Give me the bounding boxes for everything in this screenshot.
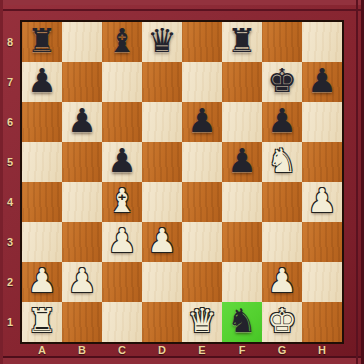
rank-label-2: 2 <box>0 262 20 302</box>
square-e7[interactable] <box>182 62 222 102</box>
square-f3[interactable] <box>222 222 262 262</box>
square-a4[interactable] <box>22 182 62 222</box>
piece-white-pawn[interactable]: ♟ <box>267 261 297 301</box>
square-e5[interactable] <box>182 142 222 182</box>
file-label-d: D <box>142 342 182 358</box>
square-g4[interactable] <box>262 182 302 222</box>
square-f7[interactable] <box>222 62 262 102</box>
piece-black-pawn[interactable]: ♟ <box>227 141 257 181</box>
square-d5[interactable] <box>142 142 182 182</box>
square-b6[interactable]: ♟ <box>62 102 102 142</box>
frame-bottom-edge <box>0 358 364 364</box>
square-h8[interactable] <box>302 22 342 62</box>
piece-black-rook[interactable]: ♜ <box>227 21 257 61</box>
square-g5[interactable]: ♞ <box>262 142 302 182</box>
piece-white-rook[interactable]: ♜ <box>27 301 57 341</box>
square-e8[interactable] <box>182 22 222 62</box>
square-f6[interactable] <box>222 102 262 142</box>
square-c4[interactable]: ♝ <box>102 182 142 222</box>
square-g1[interactable]: ♚ <box>262 302 302 342</box>
rank-label-4: 4 <box>0 182 20 222</box>
square-e6[interactable]: ♟ <box>182 102 222 142</box>
piece-white-pawn[interactable]: ♟ <box>307 181 337 221</box>
square-a7[interactable]: ♟ <box>22 62 62 102</box>
piece-white-pawn[interactable]: ♟ <box>147 221 177 261</box>
file-label-h: H <box>302 342 342 358</box>
square-h7[interactable]: ♟ <box>302 62 342 102</box>
file-labels: ABCDEFGH <box>22 342 342 358</box>
square-a6[interactable] <box>22 102 62 142</box>
square-d1[interactable] <box>142 302 182 342</box>
square-e4[interactable] <box>182 182 222 222</box>
square-h6[interactable] <box>302 102 342 142</box>
piece-white-pawn[interactable]: ♟ <box>107 221 137 261</box>
square-c8[interactable]: ♝ <box>102 22 142 62</box>
piece-white-king[interactable]: ♚ <box>267 301 297 341</box>
square-d2[interactable] <box>142 262 182 302</box>
square-g2[interactable]: ♟ <box>262 262 302 302</box>
piece-black-pawn[interactable]: ♟ <box>67 101 97 141</box>
square-b2[interactable]: ♟ <box>62 262 102 302</box>
square-b5[interactable] <box>62 142 102 182</box>
square-d4[interactable] <box>142 182 182 222</box>
piece-white-queen[interactable]: ♛ <box>187 301 217 341</box>
square-a5[interactable] <box>22 142 62 182</box>
square-c7[interactable] <box>102 62 142 102</box>
chess-board: ♜♝♛♜♟♚♟♟♟♟♟♟♞♝♟♟♟♟♟♟♜♛♞♚ <box>20 20 344 344</box>
rank-label-3: 3 <box>0 222 20 262</box>
square-b3[interactable] <box>62 222 102 262</box>
frame-top-groove <box>0 9 364 11</box>
rank-label-8: 8 <box>0 22 20 62</box>
board-frame: 87654321 ♜♝♛♜♟♚♟♟♟♟♟♟♞♝♟♟♟♟♟♟♜♛♞♚ ABCDEF… <box>0 0 364 364</box>
square-f5[interactable]: ♟ <box>222 142 262 182</box>
square-a3[interactable] <box>22 222 62 262</box>
piece-white-pawn[interactable]: ♟ <box>67 261 97 301</box>
square-g6[interactable]: ♟ <box>262 102 302 142</box>
square-h5[interactable] <box>302 142 342 182</box>
square-a1[interactable]: ♜ <box>22 302 62 342</box>
file-label-f: F <box>222 342 262 358</box>
square-e3[interactable] <box>182 222 222 262</box>
piece-black-pawn[interactable]: ♟ <box>27 61 57 101</box>
file-label-a: A <box>22 342 62 358</box>
piece-black-bishop[interactable]: ♝ <box>107 21 137 61</box>
square-h2[interactable] <box>302 262 342 302</box>
rank-label-7: 7 <box>0 62 20 102</box>
square-c2[interactable] <box>102 262 142 302</box>
square-d7[interactable] <box>142 62 182 102</box>
square-g8[interactable] <box>262 22 302 62</box>
square-e1[interactable]: ♛ <box>182 302 222 342</box>
square-c5[interactable]: ♟ <box>102 142 142 182</box>
piece-white-pawn[interactable]: ♟ <box>27 261 57 301</box>
square-d3[interactable]: ♟ <box>142 222 182 262</box>
square-c1[interactable] <box>102 302 142 342</box>
square-f2[interactable] <box>222 262 262 302</box>
rank-labels: 87654321 <box>0 22 20 342</box>
square-g7[interactable]: ♚ <box>262 62 302 102</box>
square-c6[interactable] <box>102 102 142 142</box>
square-a2[interactable]: ♟ <box>22 262 62 302</box>
piece-black-queen[interactable]: ♛ <box>147 21 177 61</box>
file-label-g: G <box>262 342 302 358</box>
file-label-b: B <box>62 342 102 358</box>
square-b7[interactable] <box>62 62 102 102</box>
frame-right-groove <box>356 0 358 364</box>
square-b1[interactable] <box>62 302 102 342</box>
square-h3[interactable] <box>302 222 342 262</box>
square-d6[interactable] <box>142 102 182 142</box>
square-h4[interactable]: ♟ <box>302 182 342 222</box>
piece-white-bishop[interactable]: ♝ <box>107 181 137 221</box>
square-e2[interactable] <box>182 262 222 302</box>
square-a8[interactable]: ♜ <box>22 22 62 62</box>
square-d8[interactable]: ♛ <box>142 22 182 62</box>
square-g3[interactable] <box>262 222 302 262</box>
file-label-c: C <box>102 342 142 358</box>
file-label-e: E <box>182 342 222 358</box>
piece-black-pawn[interactable]: ♟ <box>267 101 297 141</box>
rank-label-6: 6 <box>0 102 20 142</box>
square-h1[interactable] <box>302 302 342 342</box>
piece-black-king[interactable]: ♚ <box>267 61 297 101</box>
rank-label-1: 1 <box>0 302 20 342</box>
square-b4[interactable] <box>62 182 102 222</box>
square-f1[interactable]: ♞ <box>222 302 262 342</box>
piece-black-pawn[interactable]: ♟ <box>307 61 337 101</box>
rank-label-5: 5 <box>0 142 20 182</box>
square-f8[interactable]: ♜ <box>222 22 262 62</box>
piece-black-rook[interactable]: ♜ <box>27 21 57 61</box>
frame-top-edge <box>0 0 364 5</box>
square-f4[interactable] <box>222 182 262 222</box>
piece-black-pawn[interactable]: ♟ <box>107 141 137 181</box>
piece-white-knight[interactable]: ♞ <box>267 141 297 181</box>
piece-black-knight[interactable]: ♞ <box>227 301 257 341</box>
square-c3[interactable]: ♟ <box>102 222 142 262</box>
square-b8[interactable] <box>62 22 102 62</box>
piece-black-pawn[interactable]: ♟ <box>187 101 217 141</box>
